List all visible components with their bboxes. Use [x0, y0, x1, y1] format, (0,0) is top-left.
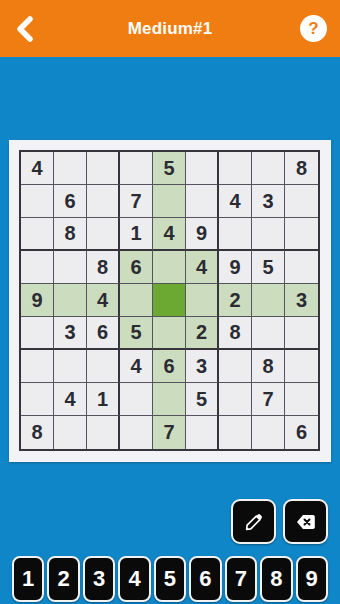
cell-r2c2[interactable]: 6: [54, 185, 87, 218]
cell-r9c2[interactable]: [54, 416, 87, 449]
cell-r7c8[interactable]: 8: [252, 350, 285, 383]
cell-r9c5[interactable]: 7: [153, 416, 186, 449]
cell-r6c1[interactable]: [21, 317, 54, 350]
cell-r7c4[interactable]: 4: [120, 350, 153, 383]
backspace-icon: [294, 510, 318, 534]
cell-r1c3[interactable]: [87, 152, 120, 185]
cell-r6c3[interactable]: 6: [87, 317, 120, 350]
sudoku-grid: 458674381498649594233652846384157876: [19, 150, 320, 451]
numpad-key-8[interactable]: 8: [260, 556, 292, 602]
back-button[interactable]: [10, 14, 40, 44]
cell-r4c3[interactable]: 8: [87, 251, 120, 284]
cell-r5c9[interactable]: 3: [285, 284, 318, 317]
cell-r9c9[interactable]: 6: [285, 416, 318, 449]
cell-r7c3[interactable]: [87, 350, 120, 383]
cell-r6c9[interactable]: [285, 317, 318, 350]
control-buttons: [231, 499, 328, 544]
cell-r3c9[interactable]: [285, 218, 318, 251]
cell-r8c8[interactable]: 7: [252, 383, 285, 416]
cell-r2c3[interactable]: [87, 185, 120, 218]
cell-r1c8[interactable]: [252, 152, 285, 185]
cell-r1c4[interactable]: [120, 152, 153, 185]
cell-r6c6[interactable]: 2: [186, 317, 219, 350]
question-mark-icon: ?: [308, 19, 318, 39]
cell-r2c5[interactable]: [153, 185, 186, 218]
cell-r9c8[interactable]: [252, 416, 285, 449]
cell-r3c8[interactable]: [252, 218, 285, 251]
cell-r1c2[interactable]: [54, 152, 87, 185]
number-pad: 123456789: [12, 556, 328, 602]
back-chevron-icon: [14, 15, 36, 43]
cell-r2c7[interactable]: 4: [219, 185, 252, 218]
cell-r1c9[interactable]: 8: [285, 152, 318, 185]
cell-r3c7[interactable]: [219, 218, 252, 251]
cell-r5c1[interactable]: 9: [21, 284, 54, 317]
cell-r2c9[interactable]: [285, 185, 318, 218]
cell-r6c5[interactable]: [153, 317, 186, 350]
cell-r6c8[interactable]: [252, 317, 285, 350]
cell-r6c4[interactable]: 5: [120, 317, 153, 350]
cell-r2c8[interactable]: 3: [252, 185, 285, 218]
cell-r1c5[interactable]: 5: [153, 152, 186, 185]
cell-r5c6[interactable]: [186, 284, 219, 317]
cell-r2c1[interactable]: [21, 185, 54, 218]
cell-r7c6[interactable]: 3: [186, 350, 219, 383]
cell-r7c9[interactable]: [285, 350, 318, 383]
cell-r6c7[interactable]: 8: [219, 317, 252, 350]
cell-r5c8[interactable]: [252, 284, 285, 317]
cell-r2c6[interactable]: [186, 185, 219, 218]
cell-r4c7[interactable]: 9: [219, 251, 252, 284]
cell-r1c7[interactable]: [219, 152, 252, 185]
cell-r3c1[interactable]: [21, 218, 54, 251]
cell-r5c2[interactable]: [54, 284, 87, 317]
cell-r8c1[interactable]: [21, 383, 54, 416]
cell-r8c3[interactable]: 1: [87, 383, 120, 416]
numpad-key-9[interactable]: 9: [296, 556, 328, 602]
cell-r7c2[interactable]: [54, 350, 87, 383]
cell-r8c6[interactable]: 5: [186, 383, 219, 416]
app-header: Medium#1 ?: [0, 0, 340, 57]
pencil-button[interactable]: [231, 499, 276, 544]
cell-r9c6[interactable]: [186, 416, 219, 449]
cell-r3c3[interactable]: [87, 218, 120, 251]
cell-r4c9[interactable]: [285, 251, 318, 284]
numpad-key-6[interactable]: 6: [189, 556, 221, 602]
numpad-key-2[interactable]: 2: [47, 556, 79, 602]
cell-r9c1[interactable]: 8: [21, 416, 54, 449]
cell-r8c4[interactable]: [120, 383, 153, 416]
cell-r4c6[interactable]: 4: [186, 251, 219, 284]
cell-r4c1[interactable]: [21, 251, 54, 284]
cell-r8c5[interactable]: [153, 383, 186, 416]
cell-r7c5[interactable]: 6: [153, 350, 186, 383]
cell-r4c8[interactable]: 5: [252, 251, 285, 284]
cell-r4c4[interactable]: 6: [120, 251, 153, 284]
help-button[interactable]: ?: [300, 15, 327, 42]
cell-r8c7[interactable]: [219, 383, 252, 416]
sudoku-board-panel: 458674381498649594233652846384157876: [9, 140, 331, 462]
cell-r7c7[interactable]: [219, 350, 252, 383]
numpad-key-5[interactable]: 5: [154, 556, 186, 602]
cell-r8c9[interactable]: [285, 383, 318, 416]
cell-r5c3[interactable]: 4: [87, 284, 120, 317]
cell-r5c4[interactable]: [120, 284, 153, 317]
cell-r1c1[interactable]: 4: [21, 152, 54, 185]
cell-r9c4[interactable]: [120, 416, 153, 449]
numpad-key-4[interactable]: 4: [118, 556, 150, 602]
cell-r2c4[interactable]: 7: [120, 185, 153, 218]
cell-r4c2[interactable]: [54, 251, 87, 284]
cell-r1c6[interactable]: [186, 152, 219, 185]
numpad-key-7[interactable]: 7: [225, 556, 257, 602]
cell-r7c1[interactable]: [21, 350, 54, 383]
cell-r9c3[interactable]: [87, 416, 120, 449]
cell-r5c7[interactable]: 2: [219, 284, 252, 317]
cell-r5c5[interactable]: [153, 284, 186, 317]
cell-r6c2[interactable]: 3: [54, 317, 87, 350]
cell-r8c2[interactable]: 4: [54, 383, 87, 416]
cell-r4c5[interactable]: [153, 251, 186, 284]
numpad-key-3[interactable]: 3: [83, 556, 115, 602]
cell-r3c2[interactable]: 8: [54, 218, 87, 251]
page-title: Medium#1: [128, 19, 213, 39]
pencil-icon: [243, 511, 265, 533]
cell-r9c7[interactable]: [219, 416, 252, 449]
delete-button[interactable]: [283, 499, 328, 544]
cell-r3c4[interactable]: 1: [120, 218, 153, 251]
cell-r3c5[interactable]: 4: [153, 218, 186, 251]
cell-r3c6[interactable]: 9: [186, 218, 219, 251]
numpad-key-1[interactable]: 1: [12, 556, 44, 602]
